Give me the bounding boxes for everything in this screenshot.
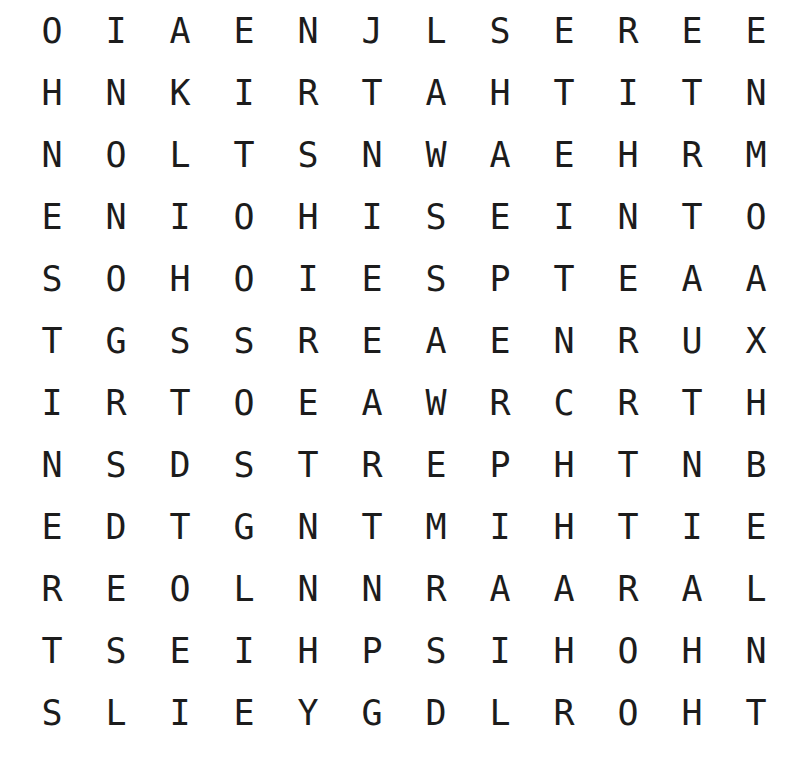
grid-cell[interactable]: T bbox=[532, 62, 596, 124]
grid-cell[interactable]: T bbox=[660, 186, 724, 248]
grid-cell[interactable]: I bbox=[212, 62, 276, 124]
grid-cell[interactable]: S bbox=[84, 435, 148, 497]
grid-cell[interactable]: W bbox=[404, 372, 468, 434]
grid-cell[interactable]: T bbox=[148, 372, 212, 434]
grid-cell[interactable]: N bbox=[660, 435, 724, 497]
grid-cell[interactable]: N bbox=[276, 0, 340, 62]
grid-cell[interactable]: L bbox=[404, 0, 468, 62]
grid-cell[interactable]: B bbox=[724, 435, 788, 497]
grid-cell[interactable]: H bbox=[532, 497, 596, 559]
grid-cell[interactable]: T bbox=[276, 435, 340, 497]
grid-cell[interactable]: E bbox=[340, 248, 404, 310]
grid-cell[interactable]: H bbox=[660, 621, 724, 683]
grid-cell[interactable]: T bbox=[660, 372, 724, 434]
grid-cell[interactable]: N bbox=[20, 435, 84, 497]
grid-cell[interactable]: N bbox=[276, 559, 340, 621]
grid-cell[interactable]: I bbox=[148, 186, 212, 248]
grid-cell[interactable]: I bbox=[468, 497, 532, 559]
grid-cell[interactable]: T bbox=[340, 497, 404, 559]
grid-cell[interactable]: J bbox=[340, 0, 404, 62]
grid-cell[interactable]: A bbox=[724, 248, 788, 310]
grid-cell[interactable]: E bbox=[468, 310, 532, 372]
grid-cell[interactable]: N bbox=[532, 310, 596, 372]
grid-cell[interactable]: P bbox=[340, 621, 404, 683]
grid-cell[interactable]: O bbox=[724, 186, 788, 248]
grid-cell[interactable]: A bbox=[340, 372, 404, 434]
grid-cell[interactable]: G bbox=[84, 310, 148, 372]
grid-cell[interactable]: O bbox=[596, 621, 660, 683]
grid-cell[interactable]: M bbox=[404, 497, 468, 559]
grid-cell[interactable]: I bbox=[212, 621, 276, 683]
grid-cell[interactable]: L bbox=[212, 559, 276, 621]
grid-cell[interactable]: A bbox=[660, 248, 724, 310]
grid-cell[interactable]: T bbox=[148, 497, 212, 559]
grid-cell[interactable]: P bbox=[468, 435, 532, 497]
grid-cell[interactable]: G bbox=[212, 497, 276, 559]
grid-cell[interactable]: T bbox=[660, 62, 724, 124]
grid-cell[interactable]: S bbox=[468, 0, 532, 62]
grid-cell[interactable]: S bbox=[404, 248, 468, 310]
grid-cell[interactable]: R bbox=[596, 559, 660, 621]
grid-cell[interactable]: H bbox=[596, 124, 660, 186]
grid-cell[interactable]: I bbox=[468, 621, 532, 683]
grid-cell[interactable]: O bbox=[212, 248, 276, 310]
grid-cell[interactable]: O bbox=[20, 0, 84, 62]
grid-cell[interactable]: I bbox=[596, 62, 660, 124]
grid-cell[interactable]: I bbox=[20, 372, 84, 434]
grid-cell[interactable]: O bbox=[596, 683, 660, 745]
grid-cell[interactable]: R bbox=[596, 0, 660, 62]
grid-cell[interactable]: A bbox=[404, 62, 468, 124]
grid-cell[interactable]: T bbox=[340, 62, 404, 124]
grid-cell[interactable]: P bbox=[468, 248, 532, 310]
grid-cell[interactable]: M bbox=[724, 124, 788, 186]
grid-cell[interactable]: S bbox=[276, 124, 340, 186]
grid-cell[interactable]: N bbox=[724, 62, 788, 124]
grid-cell[interactable]: S bbox=[20, 683, 84, 745]
grid-cell[interactable]: C bbox=[532, 372, 596, 434]
grid-cell[interactable]: A bbox=[660, 559, 724, 621]
grid-cell[interactable]: E bbox=[20, 497, 84, 559]
grid-cell[interactable]: A bbox=[468, 124, 532, 186]
grid-cell[interactable]: R bbox=[276, 62, 340, 124]
grid-cell[interactable]: O bbox=[84, 248, 148, 310]
grid-cell[interactable]: I bbox=[532, 186, 596, 248]
grid-cell[interactable]: S bbox=[84, 621, 148, 683]
grid-cell[interactable]: T bbox=[596, 435, 660, 497]
grid-cell[interactable]: R bbox=[20, 559, 84, 621]
grid-cell[interactable]: A bbox=[532, 559, 596, 621]
grid-cell[interactable]: E bbox=[340, 310, 404, 372]
grid-cell[interactable]: R bbox=[596, 310, 660, 372]
grid-cell[interactable]: E bbox=[532, 124, 596, 186]
grid-cell[interactable]: E bbox=[596, 248, 660, 310]
grid-cell[interactable]: E bbox=[276, 372, 340, 434]
grid-cell[interactable]: H bbox=[276, 621, 340, 683]
grid-cell[interactable]: D bbox=[84, 497, 148, 559]
grid-cell[interactable]: L bbox=[468, 683, 532, 745]
grid-cell[interactable]: T bbox=[596, 497, 660, 559]
word-search-board: OIAENJLSEREEHNKIRTAHTITNNOLTSNWAEHRMENIO… bbox=[0, 0, 800, 763]
grid-cell[interactable]: A bbox=[404, 310, 468, 372]
grid-cell[interactable]: E bbox=[404, 435, 468, 497]
grid-cell[interactable]: N bbox=[84, 186, 148, 248]
grid-cell[interactable]: E bbox=[148, 621, 212, 683]
grid-cell[interactable]: I bbox=[84, 0, 148, 62]
grid-cell[interactable]: W bbox=[404, 124, 468, 186]
grid-cell[interactable]: N bbox=[340, 559, 404, 621]
grid-cell[interactable]: D bbox=[148, 435, 212, 497]
grid-cell[interactable]: K bbox=[148, 62, 212, 124]
grid-cell[interactable]: S bbox=[20, 248, 84, 310]
grid-cell[interactable]: O bbox=[212, 186, 276, 248]
grid-cell[interactable]: H bbox=[532, 435, 596, 497]
grid-cell[interactable]: H bbox=[660, 683, 724, 745]
grid-cell[interactable]: T bbox=[532, 248, 596, 310]
grid-cell[interactable]: E bbox=[724, 497, 788, 559]
grid-cell[interactable]: S bbox=[404, 621, 468, 683]
grid-cell[interactable]: I bbox=[340, 186, 404, 248]
grid-cell[interactable]: T bbox=[20, 621, 84, 683]
grid-cell[interactable]: R bbox=[596, 372, 660, 434]
grid-cell[interactable]: S bbox=[212, 435, 276, 497]
grid-cell[interactable]: E bbox=[212, 683, 276, 745]
grid-cell[interactable]: T bbox=[20, 310, 84, 372]
grid-cell[interactable]: H bbox=[532, 621, 596, 683]
grid-cell[interactable]: L bbox=[148, 124, 212, 186]
grid-cell[interactable]: I bbox=[148, 683, 212, 745]
grid-cell[interactable]: R bbox=[340, 435, 404, 497]
grid-cell[interactable]: I bbox=[660, 497, 724, 559]
grid-cell[interactable]: E bbox=[660, 0, 724, 62]
grid-cell[interactable]: N bbox=[84, 62, 148, 124]
grid-cell[interactable]: S bbox=[404, 186, 468, 248]
grid-cell[interactable]: E bbox=[84, 559, 148, 621]
grid-cell[interactable]: N bbox=[20, 124, 84, 186]
grid-cell[interactable]: A bbox=[148, 0, 212, 62]
grid-cell[interactable]: L bbox=[84, 683, 148, 745]
grid-cell[interactable]: R bbox=[660, 124, 724, 186]
grid-cell[interactable]: T bbox=[724, 683, 788, 745]
grid-cell[interactable]: E bbox=[724, 0, 788, 62]
grid-cell[interactable]: A bbox=[468, 559, 532, 621]
grid-cell[interactable]: H bbox=[468, 62, 532, 124]
grid-cell[interactable]: O bbox=[212, 372, 276, 434]
grid-cell[interactable]: R bbox=[468, 372, 532, 434]
grid-cell[interactable]: T bbox=[212, 124, 276, 186]
grid-cell[interactable]: I bbox=[276, 248, 340, 310]
grid-cell[interactable]: R bbox=[532, 683, 596, 745]
grid-cell[interactable]: H bbox=[724, 372, 788, 434]
grid-cell[interactable]: U bbox=[660, 310, 724, 372]
grid-cell[interactable]: N bbox=[596, 186, 660, 248]
grid-cell[interactable]: D bbox=[404, 683, 468, 745]
grid-cell[interactable]: E bbox=[532, 0, 596, 62]
grid-cell[interactable]: H bbox=[148, 248, 212, 310]
grid-cell[interactable]: O bbox=[148, 559, 212, 621]
grid-cell[interactable]: H bbox=[276, 186, 340, 248]
grid-cell[interactable]: R bbox=[276, 310, 340, 372]
grid-cell[interactable]: R bbox=[404, 559, 468, 621]
grid-cell[interactable]: N bbox=[340, 124, 404, 186]
grid-cell[interactable]: S bbox=[148, 310, 212, 372]
grid-cell[interactable]: S bbox=[212, 310, 276, 372]
grid-cell[interactable]: E bbox=[212, 0, 276, 62]
grid-cell[interactable]: X bbox=[724, 310, 788, 372]
grid-cell[interactable]: H bbox=[20, 62, 84, 124]
grid-cell[interactable]: O bbox=[84, 124, 148, 186]
grid-cell[interactable]: Y bbox=[276, 683, 340, 745]
grid-cell[interactable]: N bbox=[724, 621, 788, 683]
grid-cell[interactable]: E bbox=[468, 186, 532, 248]
grid-cell[interactable]: N bbox=[276, 497, 340, 559]
grid-cell[interactable]: R bbox=[84, 372, 148, 434]
grid-cell[interactable]: E bbox=[20, 186, 84, 248]
grid-cell[interactable]: G bbox=[340, 683, 404, 745]
grid-cell[interactable]: L bbox=[724, 559, 788, 621]
